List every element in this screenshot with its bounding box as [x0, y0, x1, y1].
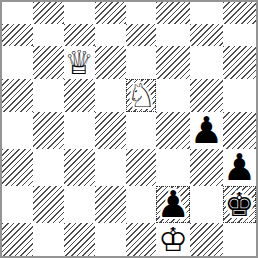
square-b2[interactable] — [33, 186, 64, 223]
square-a4[interactable] — [2, 112, 33, 149]
piece-outline: ♔ — [158, 223, 188, 256]
square-d7[interactable] — [95, 24, 126, 46]
square-d3[interactable] — [95, 149, 126, 186]
square-c2[interactable] — [64, 186, 95, 223]
square-g1[interactable] — [190, 223, 223, 256]
square-f4[interactable] — [156, 112, 189, 149]
white-king: ♚♔ — [158, 223, 188, 256]
square-d5[interactable] — [95, 79, 126, 112]
square-f7[interactable] — [156, 24, 189, 46]
square-g5[interactable] — [190, 79, 223, 112]
piece-black-fill: ♟ — [156, 186, 189, 223]
square-g3[interactable] — [190, 149, 223, 186]
square-a6[interactable] — [2, 46, 33, 79]
piece-outline: ♕ — [64, 46, 94, 79]
square-d4[interactable] — [95, 112, 126, 149]
piece-outline: ♘ — [126, 79, 156, 112]
square-b7[interactable] — [33, 24, 64, 46]
square-g8[interactable] — [190, 2, 223, 24]
square-c5[interactable] — [64, 79, 95, 112]
square-b1[interactable] — [33, 223, 64, 256]
square-c3[interactable] — [64, 149, 95, 186]
square-h2[interactable]: ♚ — [223, 186, 256, 223]
square-b5[interactable] — [33, 79, 64, 112]
square-f1[interactable]: ♚♔ — [156, 223, 189, 256]
square-e5[interactable]: ♞♘ — [126, 79, 157, 112]
square-c6[interactable]: ♛♕ — [64, 46, 95, 79]
square-f6[interactable] — [156, 46, 189, 79]
square-c4[interactable] — [64, 112, 95, 149]
square-g2[interactable] — [190, 186, 223, 223]
square-g7[interactable] — [190, 24, 223, 46]
square-f2[interactable]: ♟ — [156, 186, 189, 223]
square-e1[interactable] — [126, 223, 157, 256]
square-a5[interactable] — [2, 79, 33, 112]
square-d6[interactable] — [95, 46, 126, 79]
square-e8[interactable] — [126, 2, 157, 24]
square-h7[interactable] — [223, 24, 256, 46]
square-a1[interactable] — [2, 223, 33, 256]
square-e7[interactable] — [126, 24, 157, 46]
black-pawn: ♟ — [156, 186, 189, 223]
square-h1[interactable] — [223, 223, 256, 256]
square-e4[interactable] — [126, 112, 157, 149]
square-a8[interactable] — [2, 2, 33, 24]
chessboard: ♛♕♞♘♟♟♟♚♚♔ — [0, 0, 258, 258]
black-pawn: ♟ — [223, 149, 256, 186]
square-b8[interactable] — [33, 2, 64, 24]
square-d2[interactable] — [95, 186, 126, 223]
square-h4[interactable] — [223, 112, 256, 149]
square-c8[interactable] — [64, 2, 95, 24]
square-g6[interactable] — [190, 46, 223, 79]
square-f5[interactable] — [156, 79, 189, 112]
square-b3[interactable] — [33, 149, 64, 186]
square-a2[interactable] — [2, 186, 33, 223]
square-f3[interactable] — [156, 149, 189, 186]
square-e3[interactable] — [126, 149, 157, 186]
square-b6[interactable] — [33, 46, 64, 79]
square-c1[interactable] — [64, 223, 95, 256]
square-a7[interactable] — [2, 24, 33, 46]
square-d8[interactable] — [95, 2, 126, 24]
square-b4[interactable] — [33, 112, 64, 149]
white-queen: ♛♕ — [64, 46, 94, 79]
black-pawn: ♟ — [190, 112, 223, 149]
square-h8[interactable] — [223, 2, 256, 24]
square-h6[interactable] — [223, 46, 256, 79]
piece-black-fill: ♟ — [223, 149, 256, 186]
square-h5[interactable] — [223, 79, 256, 112]
black-king: ♚ — [225, 188, 255, 221]
square-f8[interactable] — [156, 2, 189, 24]
square-a3[interactable] — [2, 149, 33, 186]
piece-black-fill: ♟ — [190, 112, 223, 149]
square-e6[interactable] — [126, 46, 157, 79]
square-g4[interactable]: ♟ — [190, 112, 223, 149]
square-d1[interactable] — [95, 223, 126, 256]
piece-black-fill: ♚ — [225, 188, 255, 221]
square-e2[interactable] — [126, 186, 157, 223]
square-h3[interactable]: ♟ — [223, 149, 256, 186]
white-knight: ♞♘ — [126, 79, 156, 112]
